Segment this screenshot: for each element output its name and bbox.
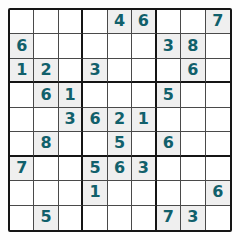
cell-r7c9[interactable] [206, 157, 230, 181]
cell-r7c7[interactable] [157, 157, 181, 181]
cell-r4c2-given-6: 6 [34, 83, 58, 107]
cell-r8c3[interactable] [59, 181, 83, 205]
cell-r7c8[interactable] [181, 157, 205, 181]
cell-r1c4[interactable] [83, 10, 107, 34]
cell-r1c2[interactable] [34, 10, 58, 34]
cell-r2c9[interactable] [206, 34, 230, 58]
cell-r6c7-given-6: 6 [157, 132, 181, 156]
cell-r4c3-given-1: 1 [59, 83, 83, 107]
cell-r4c5[interactable] [108, 83, 132, 107]
cell-r3c4-given-3: 3 [83, 59, 107, 83]
cell-r4c4[interactable] [83, 83, 107, 107]
cell-r1c3[interactable] [59, 10, 83, 34]
cell-r2c3[interactable] [59, 34, 83, 58]
cell-r5c5-given-2: 2 [108, 108, 132, 132]
cell-r6c8[interactable] [181, 132, 205, 156]
cell-r5c9[interactable] [206, 108, 230, 132]
cell-r2c1-given-6: 6 [10, 34, 34, 58]
cell-r9c3[interactable] [59, 206, 83, 230]
cell-r5c3-given-3: 3 [59, 108, 83, 132]
cell-r9c6[interactable] [132, 206, 156, 230]
cell-r4c6[interactable] [132, 83, 156, 107]
cell-r4c8[interactable] [181, 83, 205, 107]
cell-r5c1[interactable] [10, 108, 34, 132]
cell-r7c5-given-6: 6 [108, 157, 132, 181]
cell-r7c2[interactable] [34, 157, 58, 181]
cell-r8c6[interactable] [132, 181, 156, 205]
cell-r1c5-given-4: 4 [108, 10, 132, 34]
cell-r2c2[interactable] [34, 34, 58, 58]
cell-r1c1[interactable] [10, 10, 34, 34]
cell-r7c3[interactable] [59, 157, 83, 181]
cell-r8c8[interactable] [181, 181, 205, 205]
cell-r6c4[interactable] [83, 132, 107, 156]
cell-r4c9[interactable] [206, 83, 230, 107]
cell-r9c9[interactable] [206, 206, 230, 230]
cell-r9c5[interactable] [108, 206, 132, 230]
cell-r6c9[interactable] [206, 132, 230, 156]
cell-r2c5[interactable] [108, 34, 132, 58]
cell-r5c6-given-1: 1 [132, 108, 156, 132]
cell-r8c4-given-1: 1 [83, 181, 107, 205]
cell-r9c7-given-7: 7 [157, 206, 181, 230]
cell-r3c6[interactable] [132, 59, 156, 83]
cell-r9c8-given-3: 3 [181, 206, 205, 230]
cell-r7c6-given-3: 3 [132, 157, 156, 181]
cell-r8c1[interactable] [10, 181, 34, 205]
cell-r3c2-given-2: 2 [34, 59, 58, 83]
cell-r9c1[interactable] [10, 206, 34, 230]
cell-r5c8[interactable] [181, 108, 205, 132]
cell-r1c8[interactable] [181, 10, 205, 34]
cell-r6c5-given-5: 5 [108, 132, 132, 156]
cell-r3c8-given-6: 6 [181, 59, 205, 83]
cell-r3c9[interactable] [206, 59, 230, 83]
cell-r3c3[interactable] [59, 59, 83, 83]
cell-r2c4[interactable] [83, 34, 107, 58]
cell-r2c7-given-3: 3 [157, 34, 181, 58]
cell-r4c1[interactable] [10, 83, 34, 107]
cell-r3c1-given-1: 1 [10, 59, 34, 83]
sudoku-board: 46763812366153621856756316573 [8, 8, 232, 232]
cell-r2c6[interactable] [132, 34, 156, 58]
cell-r5c2[interactable] [34, 108, 58, 132]
cell-r6c1[interactable] [10, 132, 34, 156]
cell-r1c6-given-6: 6 [132, 10, 156, 34]
cell-r6c6[interactable] [132, 132, 156, 156]
cell-r6c3[interactable] [59, 132, 83, 156]
cell-r3c5[interactable] [108, 59, 132, 83]
cell-r1c9-given-7: 7 [206, 10, 230, 34]
cell-r8c2[interactable] [34, 181, 58, 205]
cell-r1c7[interactable] [157, 10, 181, 34]
cell-r9c4[interactable] [83, 206, 107, 230]
cell-r5c4-given-6: 6 [83, 108, 107, 132]
cell-r6c2-given-8: 8 [34, 132, 58, 156]
cell-r8c9-given-6: 6 [206, 181, 230, 205]
cell-r8c5[interactable] [108, 181, 132, 205]
cell-r9c2-given-5: 5 [34, 206, 58, 230]
cell-r8c7[interactable] [157, 181, 181, 205]
cell-r3c7[interactable] [157, 59, 181, 83]
cell-r2c8-given-8: 8 [181, 34, 205, 58]
cell-r4c7-given-5: 5 [157, 83, 181, 107]
cell-r7c1-given-7: 7 [10, 157, 34, 181]
cell-r7c4-given-5: 5 [83, 157, 107, 181]
cell-r5c7[interactable] [157, 108, 181, 132]
